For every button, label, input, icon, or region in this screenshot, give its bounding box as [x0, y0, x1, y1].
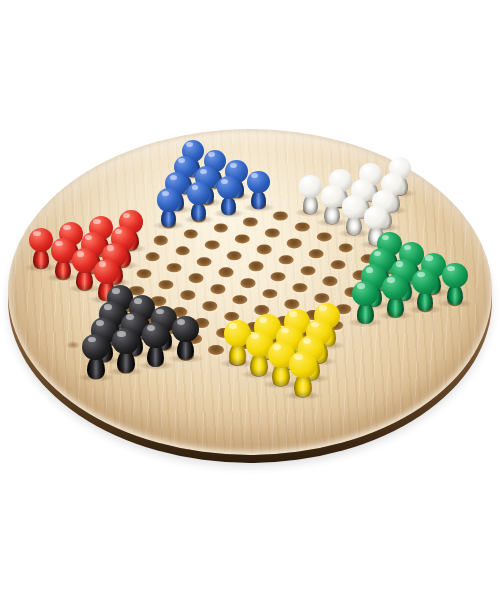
peg-head [247, 171, 270, 194]
peg-black[interactable] [172, 316, 198, 360]
peg-blue[interactable] [247, 171, 270, 209]
peg-head [289, 351, 316, 378]
peg-base [87, 357, 105, 379]
peg-green[interactable] [382, 275, 407, 318]
peg-base [357, 303, 374, 324]
peg-base [177, 339, 194, 360]
peg-head [342, 195, 365, 218]
peg-black[interactable] [82, 334, 109, 379]
peg-base [76, 270, 92, 290]
peg-head [172, 316, 198, 342]
peg-head [82, 334, 109, 361]
peg-head [217, 176, 240, 199]
peg-base [33, 249, 49, 269]
peg-blue[interactable] [187, 182, 210, 221]
peg-red[interactable] [29, 228, 53, 269]
peg-green[interactable] [412, 269, 437, 311]
peg-base [221, 197, 236, 216]
peg-head [382, 275, 407, 300]
peg-yellow[interactable] [289, 351, 316, 397]
peg-head [112, 328, 139, 355]
peg-base [294, 375, 312, 397]
peg-head [299, 175, 322, 198]
peg-black[interactable] [112, 328, 139, 373]
peg-head [187, 182, 210, 205]
peg-white[interactable] [342, 195, 365, 234]
peg-white[interactable] [321, 185, 344, 224]
peg-head [321, 185, 344, 208]
peg-head [94, 259, 119, 284]
peg-base [147, 345, 165, 366]
peg-base [251, 191, 266, 209]
peg-white[interactable] [299, 175, 322, 214]
peg-green[interactable] [442, 263, 467, 305]
peg-base [324, 205, 339, 224]
peg-black[interactable] [142, 322, 169, 367]
peg-green[interactable] [352, 281, 378, 324]
peg-base [117, 351, 135, 373]
peg-head [157, 188, 180, 211]
peg-head [352, 281, 378, 307]
peg-head [29, 228, 53, 252]
peg-head [364, 206, 388, 230]
peg-blue[interactable] [157, 188, 180, 227]
peg-head [142, 322, 169, 349]
peg-blue[interactable] [217, 176, 240, 215]
peg-head [412, 269, 437, 294]
peg-head [442, 263, 467, 288]
peg-base [250, 354, 268, 376]
pegs-layer [0, 0, 500, 600]
peg-base [191, 203, 206, 222]
product-photo-canvas [0, 0, 500, 600]
